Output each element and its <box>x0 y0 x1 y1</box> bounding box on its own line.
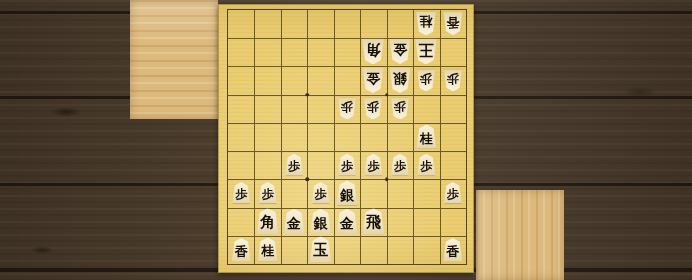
shogi-board: 香桂王金角歩歩銀金歩歩歩桂歩歩歩歩歩歩歩歩銀歩角金銀金飛香桂玉香 <box>218 4 474 273</box>
board-cell <box>254 95 280 123</box>
board-cell <box>281 66 307 94</box>
piece-kanji: 王 <box>419 43 434 58</box>
board-cell <box>254 66 280 94</box>
board-grid: 香桂王金角歩歩銀金歩歩歩桂歩歩歩歩歩歩歩歩銀歩角金銀金飛香桂玉香 <box>227 9 467 265</box>
board-cell <box>413 179 439 207</box>
board-cell <box>440 151 466 179</box>
piece-kanji: 歩 <box>447 188 459 200</box>
piece-kanji: 金 <box>287 216 301 230</box>
board-cell <box>254 151 280 179</box>
board-cell <box>228 123 254 151</box>
board-cell <box>281 179 307 207</box>
board-cell <box>228 10 254 38</box>
piece-kanji: 香 <box>446 16 459 29</box>
piece-kanji: 桂 <box>261 244 274 257</box>
piece-kanji: 金 <box>366 72 380 86</box>
piece-kanji: 金 <box>340 216 354 230</box>
piece-kanji: 歩 <box>288 160 300 172</box>
piece-kanji: 金 <box>393 43 407 57</box>
board-cell <box>360 179 386 207</box>
piece-kanji: 角 <box>260 215 275 230</box>
piece-kanji: 香 <box>446 244 459 257</box>
board-cell <box>440 38 466 66</box>
board-cell <box>254 10 280 38</box>
piece-kanji: 飛 <box>366 215 381 230</box>
star-point <box>385 93 389 97</box>
light-wood-plank-right <box>476 190 564 280</box>
board-cell <box>440 123 466 151</box>
board-cell <box>440 95 466 123</box>
piece-kanji: 歩 <box>262 188 274 200</box>
board-cell <box>228 66 254 94</box>
piece-kanji: 歩 <box>315 188 327 200</box>
light-wood-plank-top-left <box>130 0 218 119</box>
board-cell <box>228 95 254 123</box>
board-cell <box>281 10 307 38</box>
piece-kanji: 歩 <box>341 160 353 172</box>
board-cell <box>334 236 360 264</box>
board-cell <box>387 123 413 151</box>
board-cell <box>307 123 333 151</box>
board-cell <box>387 208 413 236</box>
table-background: 香桂王金角歩歩銀金歩歩歩桂歩歩歩歩歩歩歩歩銀歩角金銀金飛香桂玉香 <box>0 0 692 280</box>
piece-kanji: 歩 <box>420 73 432 85</box>
board-cell <box>281 236 307 264</box>
board-cell <box>307 95 333 123</box>
board-cell <box>387 10 413 38</box>
board-cell <box>228 208 254 236</box>
piece-kanji: 歩 <box>420 160 432 172</box>
piece-kanji: 歩 <box>394 160 406 172</box>
board-cell <box>228 151 254 179</box>
piece-kanji: 歩 <box>367 101 379 113</box>
board-cell <box>334 38 360 66</box>
piece-kanji: 香 <box>235 244 248 257</box>
piece-kanji: 銀 <box>314 216 328 230</box>
piece-kanji: 銀 <box>340 187 354 201</box>
board-cell <box>360 10 386 38</box>
piece-kanji: 歩 <box>394 101 406 113</box>
board-cell <box>307 10 333 38</box>
board-cell <box>360 123 386 151</box>
piece-kanji: 歩 <box>235 188 247 200</box>
star-point <box>306 178 310 182</box>
board-cell <box>254 38 280 66</box>
board-cell <box>440 208 466 236</box>
star-point <box>385 178 389 182</box>
board-cell <box>387 179 413 207</box>
piece-kanji: 銀 <box>393 72 407 86</box>
piece-kanji: 桂 <box>420 132 433 145</box>
board-cell <box>334 66 360 94</box>
board-cell <box>281 123 307 151</box>
piece-kanji: 歩 <box>447 73 459 85</box>
board-cell <box>387 236 413 264</box>
board-cell <box>307 38 333 66</box>
board-cell <box>413 95 439 123</box>
star-point <box>306 93 310 97</box>
piece-kanji: 桂 <box>420 16 433 29</box>
board-cell <box>281 95 307 123</box>
board-cell <box>307 66 333 94</box>
board-cell <box>413 236 439 264</box>
board-cell <box>334 123 360 151</box>
board-cell <box>228 38 254 66</box>
board-cell <box>307 151 333 179</box>
board-cell <box>413 208 439 236</box>
board-cell <box>360 236 386 264</box>
board-cell <box>334 10 360 38</box>
piece-kanji: 玉 <box>313 243 328 258</box>
board-cell <box>281 38 307 66</box>
piece-kanji: 角 <box>366 43 381 58</box>
piece-kanji: 歩 <box>367 160 379 172</box>
board-cell <box>254 123 280 151</box>
piece-kanji: 歩 <box>341 101 353 113</box>
